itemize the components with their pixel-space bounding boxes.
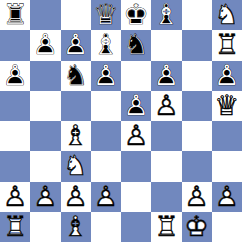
square-b3[interactable] (30, 151, 60, 181)
square-g5[interactable] (182, 91, 212, 121)
square-a8[interactable]: ♜♖ (0, 0, 30, 30)
square-b5[interactable] (30, 91, 60, 121)
piece-white-pawn[interactable]: ♟♙ (61, 182, 91, 212)
piece-outline-glyph: ♘ (61, 61, 91, 91)
square-f5[interactable]: ♟♙ (151, 91, 181, 121)
piece-white-pawn[interactable]: ♟♙ (151, 91, 181, 121)
piece-outline-glyph: ♔ (121, 0, 151, 30)
chess-board: ♜♖♛♕♚♔♝♗♞♘♟♙♟♙♝♗♞♘♜♖♟♙♞♘♟♙♟♙♟♙♟♙♟♙♛♕♝♗♟♙… (0, 0, 242, 242)
square-e8[interactable]: ♚♔ (121, 0, 151, 30)
square-b1[interactable] (30, 212, 60, 242)
square-c1[interactable]: ♝♗ (61, 212, 91, 242)
square-e1[interactable] (121, 212, 151, 242)
piece-white-pawn[interactable]: ♟♙ (91, 182, 121, 212)
piece-outline-glyph: ♖ (212, 30, 242, 60)
square-h3[interactable] (212, 151, 242, 181)
square-d6[interactable]: ♟♙ (91, 61, 121, 91)
square-d2[interactable]: ♟♙ (91, 182, 121, 212)
square-e2[interactable] (121, 182, 151, 212)
square-d4[interactable] (91, 121, 121, 151)
piece-outline-glyph: ♙ (121, 121, 151, 151)
piece-outline-glyph: ♘ (212, 0, 242, 30)
square-c8[interactable] (61, 0, 91, 30)
piece-black-pawn[interactable]: ♟♙ (61, 30, 91, 60)
piece-black-bishop[interactable]: ♝♗ (151, 0, 181, 30)
square-a1[interactable]: ♜♖ (0, 212, 30, 242)
piece-black-pawn[interactable]: ♟♙ (121, 91, 151, 121)
piece-white-rook[interactable]: ♜♖ (212, 30, 242, 60)
piece-black-pawn[interactable]: ♟♙ (212, 61, 242, 91)
piece-outline-glyph: ♖ (151, 212, 181, 242)
piece-outline-glyph: ♙ (0, 61, 30, 91)
square-f4[interactable] (151, 121, 181, 151)
piece-outline-glyph: ♙ (212, 182, 242, 212)
square-f7[interactable] (151, 30, 181, 60)
square-f6[interactable]: ♟♙ (151, 61, 181, 91)
square-h6[interactable]: ♟♙ (212, 61, 242, 91)
piece-outline-glyph: ♙ (212, 61, 242, 91)
piece-black-knight[interactable]: ♞♘ (61, 61, 91, 91)
piece-white-pawn[interactable]: ♟♙ (121, 121, 151, 151)
square-c2[interactable]: ♟♙ (61, 182, 91, 212)
piece-black-rook[interactable]: ♜♖ (0, 0, 30, 30)
square-b6[interactable] (30, 61, 60, 91)
square-e4[interactable]: ♟♙ (121, 121, 151, 151)
piece-outline-glyph: ♙ (0, 182, 30, 212)
square-e5[interactable]: ♟♙ (121, 91, 151, 121)
piece-outline-glyph: ♙ (61, 30, 91, 60)
square-a5[interactable] (0, 91, 30, 121)
square-b4[interactable] (30, 121, 60, 151)
piece-black-bishop[interactable]: ♝♗ (91, 30, 121, 60)
square-e6[interactable] (121, 61, 151, 91)
piece-white-knight[interactable]: ♞♘ (61, 151, 91, 181)
piece-black-pawn[interactable]: ♟♙ (151, 61, 181, 91)
square-b2[interactable]: ♟♙ (30, 182, 60, 212)
piece-outline-glyph: ♖ (0, 0, 30, 30)
square-b7[interactable]: ♟♙ (30, 30, 60, 60)
square-f8[interactable]: ♝♗ (151, 0, 181, 30)
square-c5[interactable] (61, 91, 91, 121)
piece-outline-glyph: ♙ (151, 91, 181, 121)
square-a7[interactable] (0, 30, 30, 60)
square-d8[interactable]: ♛♕ (91, 0, 121, 30)
square-a4[interactable] (0, 121, 30, 151)
square-e7[interactable]: ♞♘ (121, 30, 151, 60)
square-c6[interactable]: ♞♘ (61, 61, 91, 91)
piece-white-pawn[interactable]: ♟♙ (30, 182, 60, 212)
piece-outline-glyph: ♘ (121, 30, 151, 60)
piece-outline-glyph: ♙ (61, 182, 91, 212)
piece-black-pawn[interactable]: ♟♙ (30, 30, 60, 60)
square-h5[interactable]: ♛♕ (212, 91, 242, 121)
piece-outline-glyph: ♗ (151, 0, 181, 30)
piece-outline-glyph: ♘ (61, 151, 91, 181)
piece-white-pawn[interactable]: ♟♙ (0, 182, 30, 212)
square-h4[interactable] (212, 121, 242, 151)
square-c3[interactable]: ♞♘ (61, 151, 91, 181)
piece-outline-glyph: ♔ (182, 212, 212, 242)
square-g4[interactable] (182, 121, 212, 151)
square-g7[interactable] (182, 30, 212, 60)
piece-black-king[interactable]: ♚♔ (121, 0, 151, 30)
piece-outline-glyph: ♗ (91, 30, 121, 60)
piece-white-rook[interactable]: ♜♖ (0, 212, 30, 242)
piece-black-knight[interactable]: ♞♘ (121, 30, 151, 60)
piece-white-knight[interactable]: ♞♘ (212, 0, 242, 30)
square-g3[interactable] (182, 151, 212, 181)
square-g8[interactable] (182, 0, 212, 30)
square-c4[interactable]: ♝♗ (61, 121, 91, 151)
square-d1[interactable] (91, 212, 121, 242)
square-h2[interactable]: ♟♙ (212, 182, 242, 212)
piece-outline-glyph: ♗ (61, 121, 91, 151)
piece-outline-glyph: ♙ (91, 182, 121, 212)
square-h8[interactable]: ♞♘ (212, 0, 242, 30)
square-f2[interactable] (151, 182, 181, 212)
piece-outline-glyph: ♙ (121, 91, 151, 121)
square-a3[interactable] (0, 151, 30, 181)
square-a2[interactable]: ♟♙ (0, 182, 30, 212)
piece-black-queen[interactable]: ♛♕ (91, 0, 121, 30)
square-g6[interactable] (182, 61, 212, 91)
square-e3[interactable] (121, 151, 151, 181)
piece-outline-glyph: ♙ (30, 30, 60, 60)
square-g2[interactable]: ♟♙ (182, 182, 212, 212)
piece-white-bishop[interactable]: ♝♗ (61, 212, 91, 242)
piece-outline-glyph: ♕ (91, 0, 121, 30)
square-a6[interactable]: ♟♙ (0, 61, 30, 91)
piece-outline-glyph: ♙ (30, 182, 60, 212)
piece-white-rook[interactable]: ♜♖ (151, 212, 181, 242)
square-d5[interactable] (91, 91, 121, 121)
square-f3[interactable] (151, 151, 181, 181)
square-h7[interactable]: ♜♖ (212, 30, 242, 60)
piece-outline-glyph: ♙ (151, 61, 181, 91)
piece-black-pawn[interactable]: ♟♙ (91, 61, 121, 91)
square-b8[interactable] (30, 0, 60, 30)
square-g1[interactable]: ♚♔ (182, 212, 212, 242)
piece-white-bishop[interactable]: ♝♗ (61, 121, 91, 151)
piece-white-pawn[interactable]: ♟♙ (182, 182, 212, 212)
piece-outline-glyph: ♙ (91, 61, 121, 91)
piece-white-king[interactable]: ♚♔ (182, 212, 212, 242)
square-d3[interactable] (91, 151, 121, 181)
square-c7[interactable]: ♟♙ (61, 30, 91, 60)
piece-outline-glyph: ♗ (61, 212, 91, 242)
square-f1[interactable]: ♜♖ (151, 212, 181, 242)
square-h1[interactable] (212, 212, 242, 242)
square-d7[interactable]: ♝♗ (91, 30, 121, 60)
piece-white-queen[interactable]: ♛♕ (212, 91, 242, 121)
piece-outline-glyph: ♕ (212, 91, 242, 121)
piece-black-pawn[interactable]: ♟♙ (0, 61, 30, 91)
piece-outline-glyph: ♖ (0, 212, 30, 242)
piece-white-pawn[interactable]: ♟♙ (212, 182, 242, 212)
piece-outline-glyph: ♙ (182, 182, 212, 212)
